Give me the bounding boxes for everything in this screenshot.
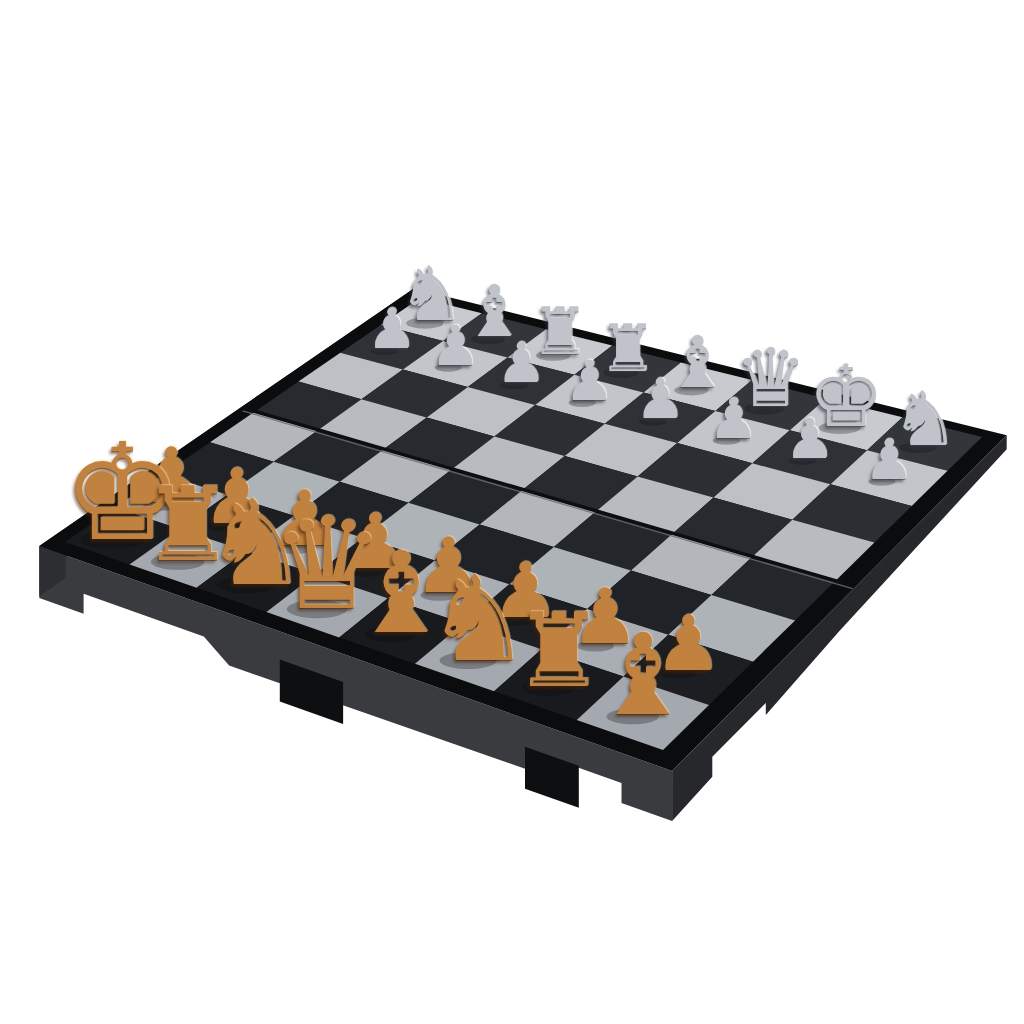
piece-silver-pawn-a7[interactable]: ♟	[367, 301, 417, 357]
piece-silver-pawn-c7[interactable]: ♟	[496, 335, 546, 391]
piece-gold-rook-g1[interactable]: ♜	[513, 600, 605, 702]
piece-silver-pawn-b7[interactable]: ♟	[430, 318, 480, 374]
chess-board-scene: ♞♝♟♜♟♜♟♝♟♛♟♚♟♞♟♟♟♟♚♟♜♟♞♟♛♟♝♟♞♟♜♝	[0, 0, 1024, 1024]
piece-silver-pawn-g7[interactable]: ♟	[785, 411, 835, 467]
piece-silver-pawn-h7[interactable]: ♟	[864, 432, 914, 488]
piece-silver-pawn-d7[interactable]: ♟	[564, 353, 614, 409]
piece-gold-bishop-h1[interactable]: ♝	[592, 620, 693, 733]
product-photo: ♞♝♟♜♟♜♟♝♟♛♟♚♟♞♟♟♟♟♚♟♜♟♞♟♛♟♝♟♞♟♜♝	[0, 0, 1024, 1024]
piece-silver-pawn-e7[interactable]: ♟	[635, 372, 685, 428]
piece-silver-pawn-f7[interactable]: ♟	[709, 391, 759, 447]
